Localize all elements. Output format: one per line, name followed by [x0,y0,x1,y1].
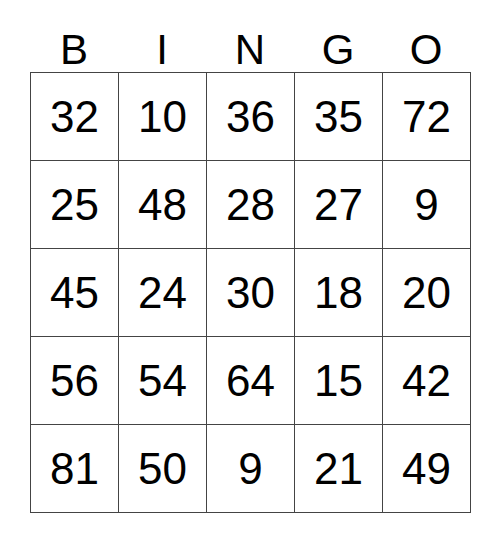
bingo-cell-r1-o[interactable]: 72 [383,73,471,161]
bingo-cell-r4-b[interactable]: 56 [31,337,119,425]
bingo-cell-r2-o[interactable]: 9 [383,161,471,249]
bingo-cell-r5-b[interactable]: 81 [31,425,119,513]
bingo-cell-r3-b[interactable]: 45 [31,249,119,337]
bingo-cell-r4-i[interactable]: 54 [119,337,207,425]
bingo-cell-r2-n[interactable]: 28 [207,161,295,249]
bingo-card: B I N G O 32 10 36 35 72 25 48 28 27 9 4… [0,0,500,544]
bingo-cell-r5-i[interactable]: 50 [119,425,207,513]
bingo-cell-r1-b[interactable]: 32 [31,73,119,161]
bingo-cell-r4-g[interactable]: 15 [295,337,383,425]
bingo-cell-r3-i[interactable]: 24 [119,249,207,337]
bingo-cell-r5-o[interactable]: 49 [383,425,471,513]
bingo-cell-r2-b[interactable]: 25 [31,161,119,249]
bingo-cell-r1-g[interactable]: 35 [295,73,383,161]
bingo-cell-r1-n[interactable]: 36 [207,73,295,161]
bingo-cell-r3-o[interactable]: 20 [383,249,471,337]
bingo-grid: 32 10 36 35 72 25 48 28 27 9 45 24 30 18… [30,72,471,513]
bingo-cell-r4-n[interactable]: 64 [207,337,295,425]
column-letter-n: N [206,0,294,72]
column-letter-i: I [118,0,206,72]
bingo-cell-r3-g[interactable]: 18 [295,249,383,337]
bingo-cell-r5-n[interactable]: 9 [207,425,295,513]
column-letter-g: G [294,0,382,72]
column-letter-b: B [30,0,118,72]
column-letter-o: O [382,0,470,72]
bingo-cell-r2-g[interactable]: 27 [295,161,383,249]
bingo-cell-r5-g[interactable]: 21 [295,425,383,513]
bingo-cell-r1-i[interactable]: 10 [119,73,207,161]
bingo-cell-r4-o[interactable]: 42 [383,337,471,425]
bingo-cell-r2-i[interactable]: 48 [119,161,207,249]
bingo-header-row: B I N G O [0,0,500,72]
bingo-cell-r3-n[interactable]: 30 [207,249,295,337]
